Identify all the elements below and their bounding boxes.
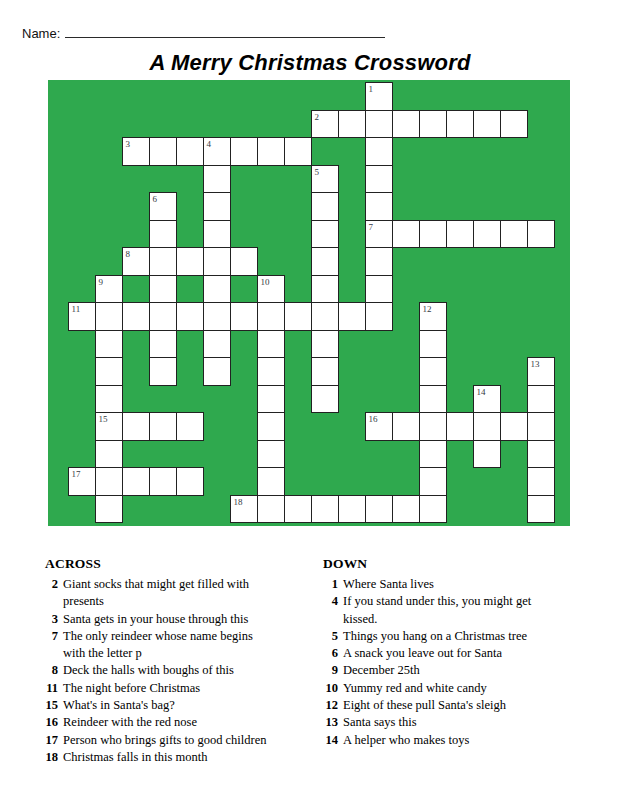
- grid-cell-r5c11[interactable]: 7: [365, 220, 393, 249]
- grid-cell-r15c9[interactable]: [311, 495, 339, 524]
- grid-cell-r2c7[interactable]: [257, 137, 285, 166]
- grid-cell-r11c7[interactable]: [257, 385, 285, 414]
- grid-cell-r8c2[interactable]: [122, 302, 150, 331]
- across-clue-8: 8Deck the halls with boughs of this: [38, 662, 316, 679]
- cell-number-17: 17: [72, 470, 96, 479]
- down-clue-list: 1Where Santa lives4If you stand under th…: [318, 576, 613, 749]
- grid-cell-r14c2[interactable]: [122, 467, 150, 496]
- grid-cell-r13c7[interactable]: [257, 440, 285, 469]
- grid-cell-r2c4[interactable]: [176, 137, 204, 166]
- grid-cell-r8c5[interactable]: [203, 302, 231, 331]
- cell-number-6: 6: [153, 195, 177, 204]
- across-clue-17: 17Person who brings gifts to good childr…: [38, 732, 316, 749]
- grid-cell-r9c5[interactable]: [203, 330, 231, 359]
- grid-cell-r10c1[interactable]: [95, 357, 123, 386]
- grid-cell-r4c9[interactable]: [311, 192, 339, 221]
- grid-cell-r12c4[interactable]: [176, 412, 204, 441]
- clue-text: Santa says this: [343, 714, 417, 731]
- cell-number-12: 12: [423, 305, 447, 314]
- clue-number: 1: [318, 576, 338, 593]
- grid-cell-r13c15[interactable]: [473, 440, 501, 469]
- grid-cell-r5c17[interactable]: [527, 220, 555, 249]
- grid-cell-r8c3[interactable]: [149, 302, 177, 331]
- grid-cell-r8c8[interactable]: [284, 302, 312, 331]
- grid-cell-r1c12[interactable]: [392, 110, 420, 139]
- grid-cell-r8c13[interactable]: 12: [419, 302, 447, 331]
- clue-text: Person who brings gifts to good children: [63, 732, 266, 749]
- cell-number-7: 7: [369, 223, 393, 232]
- grid-cell-r12c12[interactable]: [392, 412, 420, 441]
- cell-number-9: 9: [99, 278, 123, 287]
- grid-cell-r2c2[interactable]: 3: [122, 137, 150, 166]
- grid-cell-r2c8[interactable]: [284, 137, 312, 166]
- grid-cell-r1c15[interactable]: [473, 110, 501, 139]
- grid-cell-r9c1[interactable]: [95, 330, 123, 359]
- down-clue-6: 6A snack you leave out for Santa: [318, 645, 613, 662]
- name-input-line[interactable]: [65, 25, 385, 38]
- cell-number-8: 8: [126, 250, 150, 259]
- clue-text: Giant socks that might get filled with p…: [63, 576, 249, 611]
- grid-cell-r10c3[interactable]: [149, 357, 177, 386]
- grid-cell-r11c15[interactable]: 14: [473, 385, 501, 414]
- grid-cell-r6c3[interactable]: [149, 247, 177, 276]
- clue-number: 13: [318, 714, 338, 731]
- across-clue-18: 18Christmas falls in this month: [38, 749, 316, 766]
- clue-text: The night before Christmas: [63, 680, 200, 697]
- grid-cell-r8c0[interactable]: 11: [68, 302, 96, 331]
- clue-text: Where Santa lives: [343, 576, 434, 593]
- grid-cell-r8c7[interactable]: [257, 302, 285, 331]
- clue-number: 9: [318, 662, 338, 679]
- grid-cell-r6c6[interactable]: [230, 247, 258, 276]
- clue-text: A helper who makes toys: [343, 732, 469, 749]
- cell-number-2: 2: [315, 113, 339, 122]
- grid-cell-r7c9[interactable]: [311, 275, 339, 304]
- clue-number: 16: [38, 714, 58, 731]
- cell-number-5: 5: [315, 168, 339, 177]
- clue-text: What's in Santa's bag?: [63, 697, 175, 714]
- clue-number: 11: [38, 680, 58, 697]
- clue-number: 8: [38, 662, 58, 679]
- grid-cell-r14c0[interactable]: 17: [68, 467, 96, 496]
- grid-cell-r10c17[interactable]: 13: [527, 357, 555, 386]
- grid-cell-r14c3[interactable]: [149, 467, 177, 496]
- grid-cell-r11c1[interactable]: [95, 385, 123, 414]
- grid-cell-r5c12[interactable]: [392, 220, 420, 249]
- clue-number: 2: [38, 576, 58, 593]
- cell-number-3: 3: [126, 140, 150, 149]
- name-label: Name:: [22, 26, 60, 41]
- down-clue-9: 9December 25th: [318, 662, 613, 679]
- grid-cell-r1c14[interactable]: [446, 110, 474, 139]
- down-clues-column: DOWN 1Where Santa lives4If you stand und…: [318, 556, 613, 749]
- grid-cell-r1c9[interactable]: 2: [311, 110, 339, 139]
- clue-number: 12: [318, 697, 338, 714]
- clue-number: 14: [318, 732, 338, 749]
- grid-cell-r12c14[interactable]: [446, 412, 474, 441]
- down-clue-1: 1Where Santa lives: [318, 576, 613, 593]
- clue-text: Christmas falls in this month: [63, 749, 207, 766]
- clue-text: Santa gets in your house through this: [63, 611, 248, 628]
- clue-number: 4: [318, 593, 338, 610]
- grid-cell-r11c17[interactable]: [527, 385, 555, 414]
- grid-cell-r5c9[interactable]: [311, 220, 339, 249]
- grid-cell-r5c16[interactable]: [500, 220, 528, 249]
- grid-cell-r15c11[interactable]: [365, 495, 393, 524]
- across-header: ACROSS: [45, 556, 316, 572]
- clue-number: 5: [318, 628, 338, 645]
- grid-cell-r2c6[interactable]: [230, 137, 258, 166]
- grid-cell-r4c5[interactable]: [203, 192, 231, 221]
- clue-text: Reindeer with the red nose: [63, 714, 197, 731]
- across-clue-15: 15What's in Santa's bag?: [38, 697, 316, 714]
- down-clue-12: 12Eight of these pull Santa's sleigh: [318, 697, 613, 714]
- grid-cell-r11c9[interactable]: [311, 385, 339, 414]
- grid-cell-r8c6[interactable]: [230, 302, 258, 331]
- grid-cell-r6c4[interactable]: [176, 247, 204, 276]
- grid-cell-r10c13[interactable]: [419, 357, 447, 386]
- grid-cell-r11c13[interactable]: [419, 385, 447, 414]
- grid-cell-r13c1[interactable]: [95, 440, 123, 469]
- grid-cell-r12c7[interactable]: [257, 412, 285, 441]
- clue-number: 3: [38, 611, 58, 628]
- grid-cell-r12c1[interactable]: 15: [95, 412, 123, 441]
- grid-cell-r6c9[interactable]: [311, 247, 339, 276]
- grid-cell-r13c17[interactable]: [527, 440, 555, 469]
- grid-cell-r15c17[interactable]: [527, 495, 555, 524]
- grid-cell-r1c16[interactable]: [500, 110, 528, 139]
- grid-cell-r8c9[interactable]: [311, 302, 339, 331]
- cell-number-10: 10: [261, 278, 285, 287]
- down-clue-10: 10Yummy red and white candy: [318, 680, 613, 697]
- grid-cell-r13c13[interactable]: [419, 440, 447, 469]
- clue-number: 6: [318, 645, 338, 662]
- grid-cell-r8c11[interactable]: [365, 302, 393, 331]
- cell-number-4: 4: [207, 140, 231, 149]
- down-clue-4: 4If you stand under this, you might get …: [318, 593, 613, 628]
- grid-cell-r5c15[interactable]: [473, 220, 501, 249]
- grid-cell-r12c2[interactable]: [122, 412, 150, 441]
- down-header: DOWN: [323, 556, 613, 572]
- name-row: Name:: [22, 24, 385, 42]
- clue-number: 15: [38, 697, 58, 714]
- grid-cell-r10c7[interactable]: [257, 357, 285, 386]
- grid-cell-r8c10[interactable]: [338, 302, 366, 331]
- cell-number-14: 14: [477, 388, 501, 397]
- grid-cell-r7c1[interactable]: 9: [95, 275, 123, 304]
- grid-cell-r1c11[interactable]: [365, 110, 393, 139]
- down-clue-14: 14A helper who makes toys: [318, 732, 613, 749]
- grid-cell-r7c5[interactable]: [203, 275, 231, 304]
- clue-text: Things you hang on a Christmas tree: [343, 628, 527, 645]
- grid-cell-r12c15[interactable]: [473, 412, 501, 441]
- grid-cell-r4c11[interactable]: [365, 192, 393, 221]
- clue-number: 10: [318, 680, 338, 697]
- grid-cell-r14c17[interactable]: [527, 467, 555, 496]
- grid-cell-r3c11[interactable]: [365, 165, 393, 194]
- across-clue-3: 3Santa gets in your house through this: [38, 611, 316, 628]
- across-clues-column: ACROSS 2Giant socks that might get fille…: [38, 556, 316, 766]
- grid-cell-r5c5[interactable]: [203, 220, 231, 249]
- grid-cell-r14c13[interactable]: [419, 467, 447, 496]
- crossword-board: 123456789101112131415161718: [48, 80, 570, 526]
- grid-cell-r7c3[interactable]: [149, 275, 177, 304]
- grid-cell-r5c3[interactable]: [149, 220, 177, 249]
- grid-cell-r0c11[interactable]: 1: [365, 82, 393, 111]
- grid-cell-r2c3[interactable]: [149, 137, 177, 166]
- across-clue-11: 11The night before Christmas: [38, 680, 316, 697]
- cell-number-18: 18: [234, 498, 258, 507]
- across-clue-7: 7The only reindeer whose name begins wit…: [38, 628, 316, 663]
- clue-text: Yummy red and white candy: [343, 680, 487, 697]
- grid-cell-r3c9[interactable]: 5: [311, 165, 339, 194]
- across-clue-2: 2Giant socks that might get filled with …: [38, 576, 316, 611]
- grid-cell-r7c7[interactable]: 10: [257, 275, 285, 304]
- grid-cell-r5c13[interactable]: [419, 220, 447, 249]
- grid-cell-r10c9[interactable]: [311, 357, 339, 386]
- cell-number-16: 16: [369, 415, 393, 424]
- grid-cell-r15c12[interactable]: [392, 495, 420, 524]
- clue-number: 7: [38, 628, 58, 645]
- grid-cell-r7c11[interactable]: [365, 275, 393, 304]
- clue-text: If you stand under this, you might get k…: [343, 593, 531, 628]
- clue-number: 17: [38, 732, 58, 749]
- clue-text: Deck the halls with boughs of this: [63, 662, 234, 679]
- grid-cell-r4c3[interactable]: 6: [149, 192, 177, 221]
- clue-text: A snack you leave out for Santa: [343, 645, 502, 662]
- across-clue-list: 2Giant socks that might get filled with …: [38, 576, 316, 766]
- grid-cell-r12c13[interactable]: [419, 412, 447, 441]
- grid-cell-r1c10[interactable]: [338, 110, 366, 139]
- grid-cell-r12c11[interactable]: 16: [365, 412, 393, 441]
- clue-text: The only reindeer whose name begins with…: [63, 628, 253, 663]
- grid-cell-r5c14[interactable]: [446, 220, 474, 249]
- grid-cell-r15c6[interactable]: 18: [230, 495, 258, 524]
- grid-cell-r15c1[interactable]: [95, 495, 123, 524]
- grid-cell-r6c11[interactable]: [365, 247, 393, 276]
- cell-number-13: 13: [531, 360, 555, 369]
- grid-cell-r6c2[interactable]: 8: [122, 247, 150, 276]
- across-clue-16: 16Reindeer with the red nose: [38, 714, 316, 731]
- grid-cell-r9c9[interactable]: [311, 330, 339, 359]
- cell-number-11: 11: [72, 305, 96, 314]
- grid-cell-r3c5[interactable]: [203, 165, 231, 194]
- grid-cell-r12c3[interactable]: [149, 412, 177, 441]
- grid-cell-r6c5[interactable]: [203, 247, 231, 276]
- page-title: A Merry Christmas Crossword: [0, 50, 620, 76]
- down-clue-13: 13Santa says this: [318, 714, 613, 731]
- grid-cell-r12c17[interactable]: [527, 412, 555, 441]
- grid-cell-r9c7[interactable]: [257, 330, 285, 359]
- grid-cell-r15c10[interactable]: [338, 495, 366, 524]
- grid-cell-r14c1[interactable]: [95, 467, 123, 496]
- grid-cell-r14c4[interactable]: [176, 467, 204, 496]
- grid-cell-r15c13[interactable]: [419, 495, 447, 524]
- cell-number-1: 1: [369, 85, 393, 94]
- grid-cell-r8c1[interactable]: [95, 302, 123, 331]
- grid-cell-r12c16[interactable]: [500, 412, 528, 441]
- clue-text: December 25th: [343, 662, 420, 679]
- clue-number: 18: [38, 749, 58, 766]
- clue-text: Eight of these pull Santa's sleigh: [343, 697, 506, 714]
- grid-cell-r8c4[interactable]: [176, 302, 204, 331]
- cell-number-15: 15: [99, 415, 123, 424]
- grid-cell-r9c3[interactable]: [149, 330, 177, 359]
- grid-cell-r15c8[interactable]: [284, 495, 312, 524]
- grid-cell-r10c5[interactable]: [203, 357, 231, 386]
- grid-cell-r1c13[interactable]: [419, 110, 447, 139]
- down-clue-5: 5Things you hang on a Christmas tree: [318, 628, 613, 645]
- grid-cell-r2c11[interactable]: [365, 137, 393, 166]
- grid-cell-r14c7[interactable]: [257, 467, 285, 496]
- grid-cell-r2c5[interactable]: 4: [203, 137, 231, 166]
- grid-cell-r9c13[interactable]: [419, 330, 447, 359]
- grid-cell-r15c7[interactable]: [257, 495, 285, 524]
